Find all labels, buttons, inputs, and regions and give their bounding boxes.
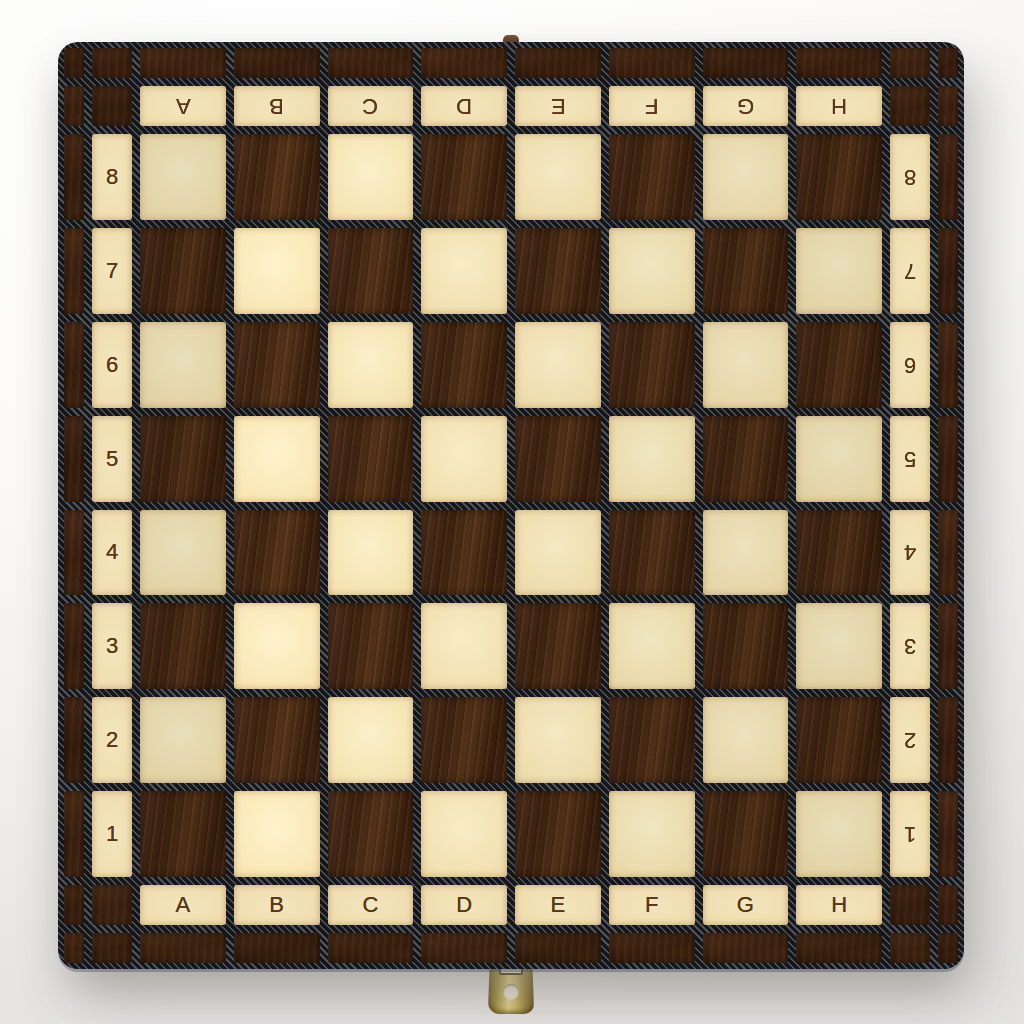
rank-label: 8	[904, 166, 916, 188]
square-b3[interactable]	[234, 603, 320, 689]
frame-cell	[890, 86, 930, 126]
top-file-label-cell-f: F	[609, 86, 695, 126]
frame-cell	[938, 603, 958, 689]
square-c5[interactable]	[328, 416, 414, 502]
square-f6[interactable]	[609, 322, 695, 408]
file-label: C	[362, 894, 378, 916]
chess-board: ABCDEFGH8877665544332211ABCDEFGH	[58, 42, 964, 969]
square-e1[interactable]	[515, 791, 601, 877]
square-e2[interactable]	[515, 697, 601, 783]
frame-cell	[938, 134, 958, 220]
frame-cell	[234, 48, 320, 78]
frame-cell	[64, 86, 84, 126]
square-d3[interactable]	[421, 603, 507, 689]
square-b6[interactable]	[234, 322, 320, 408]
rank-label: 6	[106, 354, 118, 376]
frame-cell	[140, 933, 226, 963]
frame-cell	[92, 48, 132, 78]
square-d4[interactable]	[421, 510, 507, 596]
rank-label: 5	[106, 448, 118, 470]
frame-cell	[234, 933, 320, 963]
right-rank-label-cell-5: 5	[890, 416, 930, 502]
square-h4[interactable]	[796, 510, 882, 596]
frame-cell	[92, 885, 132, 925]
bottom-file-label-cell-c: C	[328, 885, 414, 925]
rank-label: 1	[106, 823, 118, 845]
square-h1[interactable]	[796, 791, 882, 877]
square-b8[interactable]	[234, 134, 320, 220]
square-c6[interactable]	[328, 322, 414, 408]
frame-cell	[64, 603, 84, 689]
square-d6[interactable]	[421, 322, 507, 408]
square-b4[interactable]	[234, 510, 320, 596]
left-rank-label-cell-3: 3	[92, 603, 132, 689]
square-e5[interactable]	[515, 416, 601, 502]
bottom-file-label-cell-b: B	[234, 885, 320, 925]
square-g2[interactable]	[703, 697, 789, 783]
rank-label: 5	[904, 448, 916, 470]
top-file-label-cell-h: H	[796, 86, 882, 126]
rank-label: 7	[106, 260, 118, 282]
square-c3[interactable]	[328, 603, 414, 689]
square-g3[interactable]	[703, 603, 789, 689]
frame-cell	[609, 48, 695, 78]
frame-cell	[64, 134, 84, 220]
right-rank-label-cell-8: 8	[890, 134, 930, 220]
square-b1[interactable]	[234, 791, 320, 877]
frame-cell	[64, 697, 84, 783]
frame-cell	[938, 416, 958, 502]
square-g5[interactable]	[703, 416, 789, 502]
rank-label: 6	[904, 354, 916, 376]
rank-label: 2	[904, 729, 916, 751]
square-f4[interactable]	[609, 510, 695, 596]
square-d8[interactable]	[421, 134, 507, 220]
square-g1[interactable]	[703, 791, 789, 877]
square-a6[interactable]	[140, 322, 226, 408]
square-a4[interactable]	[140, 510, 226, 596]
frame-cell	[938, 791, 958, 877]
square-e6[interactable]	[515, 322, 601, 408]
frame-cell	[703, 48, 789, 78]
rank-label: 3	[904, 635, 916, 657]
rank-label: 4	[904, 541, 916, 563]
square-c7[interactable]	[328, 228, 414, 314]
frame-cell	[796, 48, 882, 78]
square-c1[interactable]	[328, 791, 414, 877]
file-label: B	[269, 95, 284, 117]
square-c2[interactable]	[328, 697, 414, 783]
square-a7[interactable]	[140, 228, 226, 314]
frame-cell	[328, 48, 414, 78]
file-label: H	[831, 95, 847, 117]
frame-cell	[890, 885, 930, 925]
bottom-file-label-cell-e: E	[515, 885, 601, 925]
file-label: G	[737, 894, 754, 916]
frame-cell	[64, 322, 84, 408]
frame-cell	[64, 791, 84, 877]
square-h6[interactable]	[796, 322, 882, 408]
file-label: A	[176, 95, 191, 117]
square-c4[interactable]	[328, 510, 414, 596]
frame-cell	[64, 48, 84, 78]
left-rank-label-cell-6: 6	[92, 322, 132, 408]
frame-cell	[938, 322, 958, 408]
square-h5[interactable]	[796, 416, 882, 502]
frame-cell	[140, 48, 226, 78]
frame-cell	[796, 933, 882, 963]
frame-cell	[64, 510, 84, 596]
square-h2[interactable]	[796, 697, 882, 783]
left-rank-label-cell-5: 5	[92, 416, 132, 502]
latch-hole-icon	[503, 984, 519, 1000]
rank-label: 1	[904, 823, 916, 845]
frame-cell	[938, 510, 958, 596]
right-rank-label-cell-2: 2	[890, 697, 930, 783]
top-file-label-cell-c: C	[328, 86, 414, 126]
file-label: H	[831, 894, 847, 916]
square-b5[interactable]	[234, 416, 320, 502]
right-rank-label-cell-3: 3	[890, 603, 930, 689]
frame-cell	[64, 228, 84, 314]
top-file-label-cell-a: A	[140, 86, 226, 126]
frame-cell	[938, 228, 958, 314]
square-g7[interactable]	[703, 228, 789, 314]
square-a3[interactable]	[140, 603, 226, 689]
square-h7[interactable]	[796, 228, 882, 314]
square-a2[interactable]	[140, 697, 226, 783]
square-h3[interactable]	[796, 603, 882, 689]
bottom-file-label-cell-a: A	[140, 885, 226, 925]
square-g6[interactable]	[703, 322, 789, 408]
square-c8[interactable]	[328, 134, 414, 220]
square-f1[interactable]	[609, 791, 695, 877]
bottom-file-label-cell-d: D	[421, 885, 507, 925]
frame-cell	[328, 933, 414, 963]
bottom-file-label-cell-f: F	[609, 885, 695, 925]
square-e3[interactable]	[515, 603, 601, 689]
square-f7[interactable]	[609, 228, 695, 314]
rank-label: 8	[106, 166, 118, 188]
square-a1[interactable]	[140, 791, 226, 877]
frame-cell	[609, 933, 695, 963]
left-rank-label-cell-2: 2	[92, 697, 132, 783]
file-label: E	[551, 894, 566, 916]
file-label: D	[456, 894, 472, 916]
frame-cell	[938, 885, 958, 925]
square-d5[interactable]	[421, 416, 507, 502]
rank-label: 4	[106, 541, 118, 563]
frame-cell	[938, 697, 958, 783]
top-file-label-cell-b: B	[234, 86, 320, 126]
right-rank-label-cell-6: 6	[890, 322, 930, 408]
file-label: D	[456, 95, 472, 117]
square-g4[interactable]	[703, 510, 789, 596]
square-e8[interactable]	[515, 134, 601, 220]
square-f8[interactable]	[609, 134, 695, 220]
file-label: B	[269, 894, 284, 916]
left-rank-label-cell-8: 8	[92, 134, 132, 220]
top-file-label-cell-d: D	[421, 86, 507, 126]
right-rank-label-cell-4: 4	[890, 510, 930, 596]
frame-cell	[64, 416, 84, 502]
frame-cell	[92, 86, 132, 126]
square-a8[interactable]	[140, 134, 226, 220]
frame-cell	[938, 48, 958, 78]
left-rank-label-cell-1: 1	[92, 791, 132, 877]
frame-cell	[515, 48, 601, 78]
square-f3[interactable]	[609, 603, 695, 689]
square-d1[interactable]	[421, 791, 507, 877]
file-label: F	[645, 894, 658, 916]
frame-cell	[938, 933, 958, 963]
left-rank-label-cell-4: 4	[92, 510, 132, 596]
square-g8[interactable]	[703, 134, 789, 220]
frame-cell	[64, 933, 84, 963]
bottom-file-label-cell-h: H	[796, 885, 882, 925]
square-h8[interactable]	[796, 134, 882, 220]
square-b7[interactable]	[234, 228, 320, 314]
square-e4[interactable]	[515, 510, 601, 596]
file-label: G	[737, 95, 754, 117]
right-rank-label-cell-1: 1	[890, 791, 930, 877]
bottom-file-label-cell-g: G	[703, 885, 789, 925]
square-d2[interactable]	[421, 697, 507, 783]
frame-cell	[703, 933, 789, 963]
square-a5[interactable]	[140, 416, 226, 502]
file-label: C	[362, 95, 378, 117]
square-f2[interactable]	[609, 697, 695, 783]
square-f5[interactable]	[609, 416, 695, 502]
frame-cell	[92, 933, 132, 963]
rank-label: 7	[904, 260, 916, 282]
frame-cell	[64, 885, 84, 925]
top-file-label-cell-g: G	[703, 86, 789, 126]
square-b2[interactable]	[234, 697, 320, 783]
photo-background: ABCDEFGH8877665544332211ABCDEFGH	[0, 0, 1024, 1024]
frame-cell	[890, 933, 930, 963]
file-label: F	[645, 95, 658, 117]
frame-cell	[515, 933, 601, 963]
square-d7[interactable]	[421, 228, 507, 314]
square-e7[interactable]	[515, 228, 601, 314]
frame-cell	[421, 48, 507, 78]
rank-label: 2	[106, 729, 118, 751]
top-file-label-cell-e: E	[515, 86, 601, 126]
frame-cell	[421, 933, 507, 963]
frame-cell	[890, 48, 930, 78]
right-rank-label-cell-7: 7	[890, 228, 930, 314]
frame-cell	[938, 86, 958, 126]
left-rank-label-cell-7: 7	[92, 228, 132, 314]
file-label: E	[551, 95, 566, 117]
rank-label: 3	[106, 635, 118, 657]
file-label: A	[176, 894, 191, 916]
